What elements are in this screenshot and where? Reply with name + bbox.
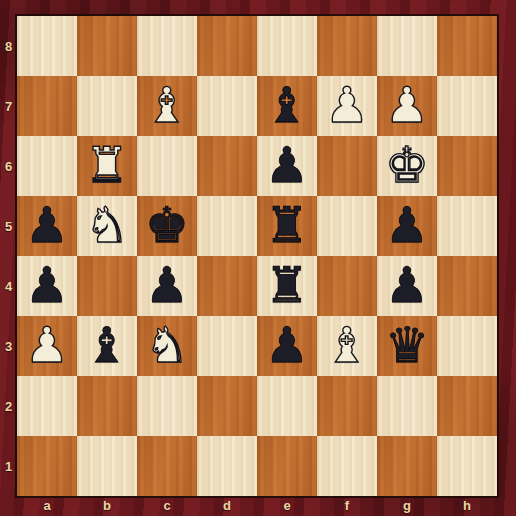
- square-b2[interactable]: [77, 376, 137, 436]
- square-d6[interactable]: [197, 136, 257, 196]
- file-label-a: a: [17, 496, 77, 516]
- square-c4[interactable]: ♟: [137, 256, 197, 316]
- square-f1[interactable]: [317, 436, 377, 496]
- file-label-h: h: [437, 496, 497, 516]
- square-f5[interactable]: [317, 196, 377, 256]
- piece-white-bishop[interactable]: ♝: [145, 76, 189, 136]
- chess-board-frame: 87654321 ♝♝♟♟♜♟♚♟♞♚♜♟♟♟♜♟♟♝♞♟♝♛ abcdefgh: [0, 0, 516, 516]
- square-g4[interactable]: ♟: [377, 256, 437, 316]
- square-a2[interactable]: [17, 376, 77, 436]
- rank-label-4: 4: [0, 256, 17, 316]
- rank-label-8: 8: [0, 16, 17, 76]
- square-e3[interactable]: ♟: [257, 316, 317, 376]
- square-f8[interactable]: [317, 16, 377, 76]
- square-b3[interactable]: ♝: [77, 316, 137, 376]
- square-f2[interactable]: [317, 376, 377, 436]
- square-a3[interactable]: ♟: [17, 316, 77, 376]
- piece-black-pawn[interactable]: ♟: [385, 196, 429, 256]
- square-b7[interactable]: [77, 76, 137, 136]
- square-c8[interactable]: [137, 16, 197, 76]
- square-b5[interactable]: ♞: [77, 196, 137, 256]
- square-a4[interactable]: ♟: [17, 256, 77, 316]
- square-f3[interactable]: ♝: [317, 316, 377, 376]
- file-label-c: c: [137, 496, 197, 516]
- square-f6[interactable]: [317, 136, 377, 196]
- file-label-e: e: [257, 496, 317, 516]
- square-a7[interactable]: [17, 76, 77, 136]
- square-d7[interactable]: [197, 76, 257, 136]
- square-g8[interactable]: [377, 16, 437, 76]
- square-e8[interactable]: [257, 16, 317, 76]
- square-e7[interactable]: ♝: [257, 76, 317, 136]
- piece-black-pawn[interactable]: ♟: [145, 256, 189, 316]
- piece-black-bishop[interactable]: ♝: [85, 316, 129, 376]
- file-labels: abcdefgh: [17, 496, 497, 516]
- square-c6[interactable]: [137, 136, 197, 196]
- square-h8[interactable]: [437, 16, 497, 76]
- square-e2[interactable]: [257, 376, 317, 436]
- square-a8[interactable]: [17, 16, 77, 76]
- piece-black-king[interactable]: ♚: [145, 196, 189, 256]
- square-h4[interactable]: [437, 256, 497, 316]
- piece-black-rook[interactable]: ♜: [265, 256, 309, 316]
- piece-white-knight[interactable]: ♞: [145, 316, 189, 376]
- square-d5[interactable]: [197, 196, 257, 256]
- square-g1[interactable]: [377, 436, 437, 496]
- rank-label-3: 3: [0, 316, 17, 376]
- square-e4[interactable]: ♜: [257, 256, 317, 316]
- rank-label-6: 6: [0, 136, 17, 196]
- piece-black-rook[interactable]: ♜: [265, 196, 309, 256]
- square-h2[interactable]: [437, 376, 497, 436]
- square-g6[interactable]: ♚: [377, 136, 437, 196]
- square-h1[interactable]: [437, 436, 497, 496]
- square-c2[interactable]: [137, 376, 197, 436]
- square-b6[interactable]: ♜: [77, 136, 137, 196]
- square-d4[interactable]: [197, 256, 257, 316]
- piece-white-rook[interactable]: ♜: [85, 136, 129, 196]
- square-d8[interactable]: [197, 16, 257, 76]
- square-a5[interactable]: ♟: [17, 196, 77, 256]
- square-h3[interactable]: [437, 316, 497, 376]
- square-g5[interactable]: ♟: [377, 196, 437, 256]
- square-h7[interactable]: [437, 76, 497, 136]
- square-d2[interactable]: [197, 376, 257, 436]
- square-f7[interactable]: ♟: [317, 76, 377, 136]
- square-b4[interactable]: [77, 256, 137, 316]
- square-c7[interactable]: ♝: [137, 76, 197, 136]
- piece-black-pawn[interactable]: ♟: [265, 316, 309, 376]
- square-h6[interactable]: [437, 136, 497, 196]
- rank-label-2: 2: [0, 376, 17, 436]
- square-g2[interactable]: [377, 376, 437, 436]
- rank-label-7: 7: [0, 76, 17, 136]
- rank-label-1: 1: [0, 436, 17, 496]
- piece-black-bishop[interactable]: ♝: [265, 76, 309, 136]
- file-label-g: g: [377, 496, 437, 516]
- square-b8[interactable]: [77, 16, 137, 76]
- rank-labels: 87654321: [0, 16, 17, 496]
- piece-white-pawn[interactable]: ♟: [385, 76, 429, 136]
- square-g7[interactable]: ♟: [377, 76, 437, 136]
- square-h5[interactable]: [437, 196, 497, 256]
- square-f4[interactable]: [317, 256, 377, 316]
- file-label-f: f: [317, 496, 377, 516]
- square-a6[interactable]: [17, 136, 77, 196]
- piece-white-king[interactable]: ♚: [385, 136, 429, 196]
- piece-black-pawn[interactable]: ♟: [25, 196, 69, 256]
- piece-white-bishop[interactable]: ♝: [325, 316, 369, 376]
- piece-black-pawn[interactable]: ♟: [265, 136, 309, 196]
- file-label-b: b: [77, 496, 137, 516]
- file-label-d: d: [197, 496, 257, 516]
- square-c1[interactable]: [137, 436, 197, 496]
- square-d3[interactable]: [197, 316, 257, 376]
- square-c5[interactable]: ♚: [137, 196, 197, 256]
- piece-black-queen[interactable]: ♛: [385, 316, 429, 376]
- square-a1[interactable]: [17, 436, 77, 496]
- square-e1[interactable]: [257, 436, 317, 496]
- piece-white-pawn[interactable]: ♟: [25, 316, 69, 376]
- square-c3[interactable]: ♞: [137, 316, 197, 376]
- piece-black-pawn[interactable]: ♟: [25, 256, 69, 316]
- square-b1[interactable]: [77, 436, 137, 496]
- piece-white-knight[interactable]: ♞: [85, 196, 129, 256]
- piece-white-pawn[interactable]: ♟: [325, 76, 369, 136]
- rank-label-5: 5: [0, 196, 17, 256]
- piece-black-pawn[interactable]: ♟: [385, 256, 429, 316]
- square-g3[interactable]: ♛: [377, 316, 437, 376]
- chess-board: ♝♝♟♟♜♟♚♟♞♚♜♟♟♟♜♟♟♝♞♟♝♛: [17, 16, 497, 496]
- square-e5[interactable]: ♜: [257, 196, 317, 256]
- square-d1[interactable]: [197, 436, 257, 496]
- square-e6[interactable]: ♟: [257, 136, 317, 196]
